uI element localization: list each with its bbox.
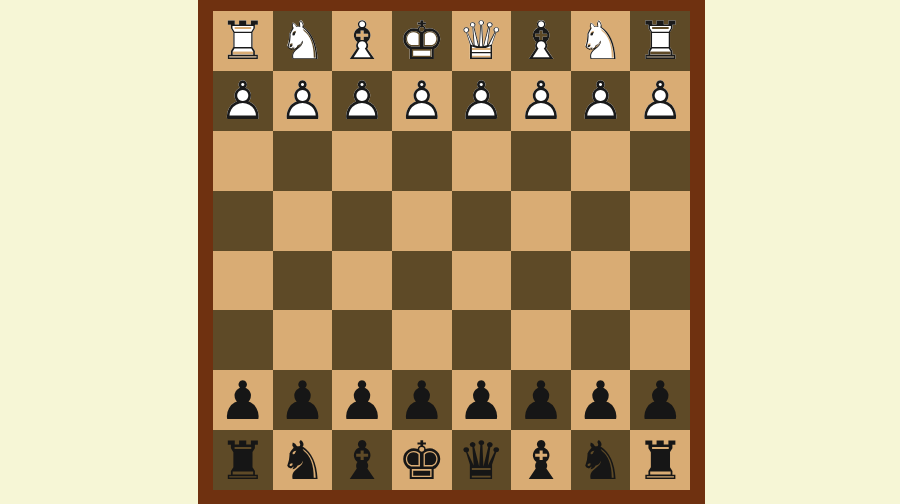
- white-pawn-icon[interactable]: ♟♙: [213, 71, 273, 131]
- black-knight-icon[interactable]: ♞: [571, 430, 631, 490]
- white-pawn-icon[interactable]: ♟♙: [332, 71, 392, 131]
- black-pawn-icon[interactable]: ♟: [511, 370, 571, 430]
- square-f7[interactable]: ♟: [332, 370, 392, 430]
- white-king-icon[interactable]: ♚♔: [392, 11, 452, 71]
- black-pawn-icon[interactable]: ♟: [213, 370, 273, 430]
- square-f8[interactable]: ♝: [332, 430, 392, 490]
- square-g1[interactable]: ♞♘: [273, 11, 333, 71]
- square-d8[interactable]: ♛: [452, 430, 512, 490]
- square-e6[interactable]: [392, 310, 452, 370]
- page-background: { "game": "chess", "position": { "fen": …: [0, 0, 900, 504]
- square-e1[interactable]: ♚♔: [392, 11, 452, 71]
- square-e4[interactable]: [392, 191, 452, 251]
- black-rook-icon[interactable]: ♜: [213, 430, 273, 490]
- square-e3[interactable]: [392, 131, 452, 191]
- black-pawn-icon[interactable]: ♟: [273, 370, 333, 430]
- square-e8[interactable]: ♚: [392, 430, 452, 490]
- square-c4[interactable]: [511, 191, 571, 251]
- square-a1[interactable]: ♜♖: [630, 11, 690, 71]
- square-h5[interactable]: [213, 251, 273, 311]
- square-b5[interactable]: [571, 251, 631, 311]
- square-f6[interactable]: [332, 310, 392, 370]
- black-king-icon[interactable]: ♚: [392, 430, 452, 490]
- square-h7[interactable]: ♟: [213, 370, 273, 430]
- black-queen-icon[interactable]: ♛: [452, 430, 512, 490]
- square-c1[interactable]: ♝♗: [511, 11, 571, 71]
- black-bishop-icon[interactable]: ♝: [332, 430, 392, 490]
- square-a4[interactable]: [630, 191, 690, 251]
- square-d3[interactable]: [452, 131, 512, 191]
- black-knight-icon[interactable]: ♞: [273, 430, 333, 490]
- square-g2[interactable]: ♟♙: [273, 71, 333, 131]
- black-pawn-icon[interactable]: ♟: [630, 370, 690, 430]
- square-d7[interactable]: ♟: [452, 370, 512, 430]
- square-c3[interactable]: [511, 131, 571, 191]
- square-a7[interactable]: ♟: [630, 370, 690, 430]
- square-d2[interactable]: ♟♙: [452, 71, 512, 131]
- square-f4[interactable]: [332, 191, 392, 251]
- square-a3[interactable]: [630, 131, 690, 191]
- square-h6[interactable]: [213, 310, 273, 370]
- square-f2[interactable]: ♟♙: [332, 71, 392, 131]
- square-h2[interactable]: ♟♙: [213, 71, 273, 131]
- square-f5[interactable]: [332, 251, 392, 311]
- square-c6[interactable]: [511, 310, 571, 370]
- chess-board: ♜♖♞♘♝♗♚♔♛♕♝♗♞♘♜♖♟♙♟♙♟♙♟♙♟♙♟♙♟♙♟♙♟♟♟♟♟♟♟♟…: [213, 11, 690, 490]
- square-c5[interactable]: [511, 251, 571, 311]
- white-pawn-icon[interactable]: ♟♙: [571, 71, 631, 131]
- white-pawn-icon[interactable]: ♟♙: [511, 71, 571, 131]
- square-f1[interactable]: ♝♗: [332, 11, 392, 71]
- square-h4[interactable]: [213, 191, 273, 251]
- white-rook-icon[interactable]: ♜♖: [630, 11, 690, 71]
- square-d4[interactable]: [452, 191, 512, 251]
- square-b8[interactable]: ♞: [571, 430, 631, 490]
- white-knight-icon[interactable]: ♞♘: [273, 11, 333, 71]
- square-c8[interactable]: ♝: [511, 430, 571, 490]
- square-b1[interactable]: ♞♘: [571, 11, 631, 71]
- square-a2[interactable]: ♟♙: [630, 71, 690, 131]
- black-pawn-icon[interactable]: ♟: [452, 370, 512, 430]
- square-e5[interactable]: [392, 251, 452, 311]
- board-frame: ♜♖♞♘♝♗♚♔♛♕♝♗♞♘♜♖♟♙♟♙♟♙♟♙♟♙♟♙♟♙♟♙♟♟♟♟♟♟♟♟…: [198, 0, 705, 504]
- square-g5[interactable]: [273, 251, 333, 311]
- white-bishop-icon[interactable]: ♝♗: [332, 11, 392, 71]
- square-h1[interactable]: ♜♖: [213, 11, 273, 71]
- square-e2[interactable]: ♟♙: [392, 71, 452, 131]
- black-pawn-icon[interactable]: ♟: [392, 370, 452, 430]
- square-b3[interactable]: [571, 131, 631, 191]
- white-knight-icon[interactable]: ♞♘: [571, 11, 631, 71]
- square-h3[interactable]: [213, 131, 273, 191]
- square-c2[interactable]: ♟♙: [511, 71, 571, 131]
- square-d5[interactable]: [452, 251, 512, 311]
- white-pawn-icon[interactable]: ♟♙: [273, 71, 333, 131]
- square-b2[interactable]: ♟♙: [571, 71, 631, 131]
- square-f3[interactable]: [332, 131, 392, 191]
- white-bishop-icon[interactable]: ♝♗: [511, 11, 571, 71]
- square-e7[interactable]: ♟: [392, 370, 452, 430]
- white-queen-icon[interactable]: ♛♕: [452, 11, 512, 71]
- white-rook-icon[interactable]: ♜♖: [213, 11, 273, 71]
- square-h8[interactable]: ♜: [213, 430, 273, 490]
- white-pawn-icon[interactable]: ♟♙: [392, 71, 452, 131]
- square-d6[interactable]: [452, 310, 512, 370]
- square-g6[interactable]: [273, 310, 333, 370]
- black-pawn-icon[interactable]: ♟: [571, 370, 631, 430]
- square-g8[interactable]: ♞: [273, 430, 333, 490]
- square-a6[interactable]: [630, 310, 690, 370]
- square-c7[interactable]: ♟: [511, 370, 571, 430]
- square-g3[interactable]: [273, 131, 333, 191]
- white-pawn-icon[interactable]: ♟♙: [630, 71, 690, 131]
- square-g4[interactable]: [273, 191, 333, 251]
- square-d1[interactable]: ♛♕: [452, 11, 512, 71]
- black-rook-icon[interactable]: ♜: [630, 430, 690, 490]
- square-b4[interactable]: [571, 191, 631, 251]
- square-a8[interactable]: ♜: [630, 430, 690, 490]
- white-pawn-icon[interactable]: ♟♙: [452, 71, 512, 131]
- square-a5[interactable]: [630, 251, 690, 311]
- square-g7[interactable]: ♟: [273, 370, 333, 430]
- black-bishop-icon[interactable]: ♝: [511, 430, 571, 490]
- square-b7[interactable]: ♟: [571, 370, 631, 430]
- black-pawn-icon[interactable]: ♟: [332, 370, 392, 430]
- square-b6[interactable]: [571, 310, 631, 370]
